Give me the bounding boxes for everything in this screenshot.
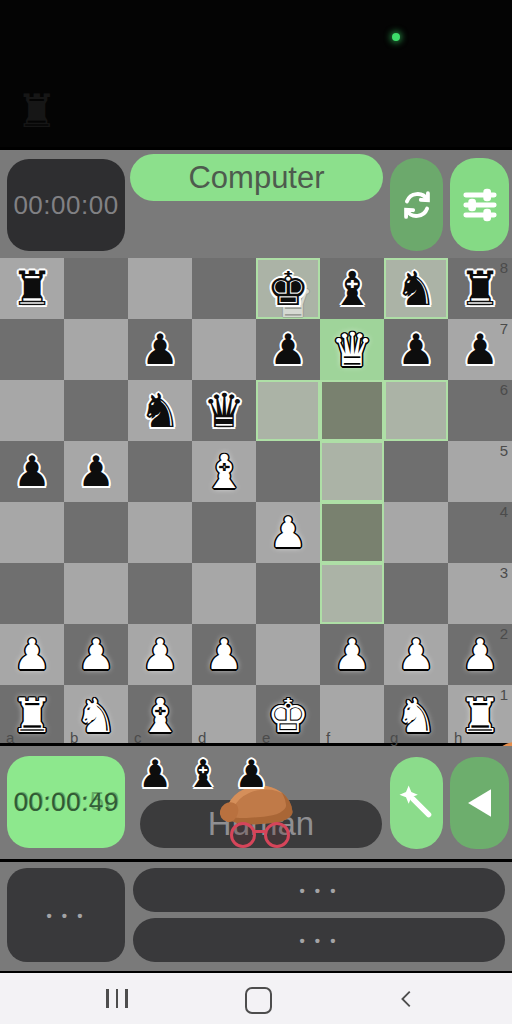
square-h7[interactable]: ♟7 — [448, 319, 512, 380]
captured-pieces-tray: ♟♝♟ — [138, 746, 318, 800]
square-f5[interactable] — [320, 441, 384, 502]
square-d7[interactable] — [192, 319, 256, 380]
square-d1[interactable]: d — [192, 685, 256, 746]
square-c5[interactable] — [128, 441, 192, 502]
file-label-f: f — [326, 729, 330, 746]
square-g2[interactable]: ♟ — [384, 624, 448, 685]
file-label-e: e — [262, 729, 270, 746]
menu-dots: • • • — [46, 907, 85, 924]
rank-label-6: 6 — [500, 381, 508, 398]
human-panel: 00:00:49 00:00:50 ♟♝♟ Human — [0, 743, 512, 862]
piece-wP-g2: ♟ — [397, 624, 435, 685]
square-a1[interactable]: ♜a — [0, 685, 64, 746]
square-a5[interactable]: ♟ — [0, 441, 64, 502]
square-h6[interactable]: 6 — [448, 380, 512, 441]
chat-strip: • • • • • • • • • — [0, 859, 512, 973]
square-c6[interactable]: ♞ — [128, 380, 192, 441]
square-c8[interactable] — [128, 258, 192, 319]
rank-label-5: 5 — [500, 442, 508, 459]
square-d3[interactable] — [192, 563, 256, 624]
square-d5[interactable]: ♝ — [192, 441, 256, 502]
rank-label-1: 1 — [500, 686, 508, 703]
square-b4[interactable] — [64, 502, 128, 563]
chat-dots-1: • • • — [299, 882, 338, 899]
square-d2[interactable]: ♟ — [192, 624, 256, 685]
back-button[interactable] — [396, 987, 418, 1011]
piece-bP-b5: ♟ — [77, 441, 115, 502]
human-name-pill: Human — [140, 800, 382, 848]
piece-bB-f8: ♝ — [331, 258, 373, 319]
square-f8[interactable]: ♝ — [320, 258, 384, 319]
square-c4[interactable] — [128, 502, 192, 563]
file-label-b: b — [70, 729, 78, 746]
rank-label-8: 8 — [500, 259, 508, 276]
home-button[interactable] — [245, 987, 272, 1014]
square-g3[interactable] — [384, 563, 448, 624]
square-a4[interactable] — [0, 502, 64, 563]
piece-wN-g1: ♞ — [395, 685, 437, 746]
piece-wR-a1: ♜ — [11, 685, 53, 746]
square-h1[interactable]: ♜1h — [448, 685, 512, 746]
piece-bN-g8: ♞ — [395, 258, 437, 319]
square-f4[interactable] — [320, 502, 384, 563]
piece-wP-d2: ♟ — [205, 624, 243, 685]
square-f1[interactable]: f — [320, 685, 384, 746]
square-g6[interactable] — [384, 380, 448, 441]
chat-message-slot-2[interactable]: • • • — [133, 918, 505, 962]
magic-wand-icon — [397, 783, 437, 823]
file-label-d: d — [198, 729, 206, 746]
menu-button[interactable]: • • • — [7, 868, 125, 962]
piece-wP-c2: ♟ — [141, 624, 179, 685]
square-e2[interactable] — [256, 624, 320, 685]
piece-bQ-d6: ♛ — [203, 380, 245, 441]
square-g5[interactable] — [384, 441, 448, 502]
square-h2[interactable]: ♟2 — [448, 624, 512, 685]
square-b7[interactable] — [64, 319, 128, 380]
computer-clock-value: 00:00:00 — [13, 190, 118, 221]
square-h3[interactable]: 3 — [448, 563, 512, 624]
piece-wP-b2: ♟ — [77, 624, 115, 685]
undo-button[interactable] — [450, 757, 509, 849]
square-f2[interactable]: ♟ — [320, 624, 384, 685]
piece-wB-c1: ♝ — [139, 685, 181, 746]
status-bar: ♜ — [0, 0, 512, 150]
recents-button[interactable] — [106, 989, 128, 1008]
piece-bP-a5: ♟ — [13, 441, 51, 502]
back-triangle-icon — [458, 781, 502, 825]
square-h8[interactable]: ♜8 — [448, 258, 512, 319]
human-name-label: Human — [208, 805, 314, 843]
piece-bN-c6: ♞ — [139, 380, 181, 441]
square-b8[interactable] — [64, 258, 128, 319]
square-b2[interactable]: ♟ — [64, 624, 128, 685]
square-c3[interactable] — [128, 563, 192, 624]
hint-button[interactable] — [390, 757, 443, 849]
square-a3[interactable] — [0, 563, 64, 624]
piece-wP-h2: ♟ — [461, 624, 499, 685]
piece-bR-a8: ♜ — [11, 258, 53, 319]
human-clock[interactable]: 00:00:49 00:00:50 — [7, 756, 125, 848]
square-c1[interactable]: ♝c — [128, 685, 192, 746]
square-h5[interactable]: 5 — [448, 441, 512, 502]
computer-name-label: Computer — [188, 160, 324, 196]
computer-clock: 00:00:00 — [7, 159, 125, 251]
piece-wR-h1: ♜ — [459, 685, 501, 746]
piece-wK-e1: ♚ — [267, 685, 309, 746]
piece-wB-d5: ♝ — [203, 441, 245, 502]
piece-wP-e4: ♟ — [269, 502, 307, 563]
square-b6[interactable] — [64, 380, 128, 441]
square-c7[interactable]: ♟ — [128, 319, 192, 380]
square-b3[interactable] — [64, 563, 128, 624]
piece-wQ-f7: ♛ — [331, 319, 373, 380]
square-g7[interactable]: ♟ — [384, 319, 448, 380]
computer-name-pill: Computer — [130, 154, 383, 201]
square-f6[interactable] — [320, 380, 384, 441]
settings-button[interactable] — [450, 158, 509, 251]
square-f7[interactable]: ♛ — [320, 319, 384, 380]
piece-wP-f2: ♟ — [333, 624, 371, 685]
human-clock-ghost-value: 00:00:50 — [14, 786, 119, 817]
captured-piece-bB-1: ♝ — [186, 748, 220, 800]
piece-bK-e8: ♚ — [267, 258, 309, 319]
file-label-h: h — [454, 729, 462, 746]
file-label-g: g — [390, 729, 398, 746]
piece-bR-h8: ♜ — [459, 258, 501, 319]
square-g1[interactable]: ♞g — [384, 685, 448, 746]
piece-wP-a2: ♟ — [13, 624, 51, 685]
square-b5[interactable]: ♟ — [64, 441, 128, 502]
square-e5[interactable] — [256, 441, 320, 502]
square-a2[interactable]: ♟ — [0, 624, 64, 685]
square-e1[interactable]: ♚e — [256, 685, 320, 746]
piece-bP-c7: ♟ — [141, 319, 179, 380]
file-label-a: a — [6, 729, 14, 746]
square-b1[interactable]: ♞b — [64, 685, 128, 746]
new-game-button[interactable] — [390, 158, 443, 251]
square-d6[interactable]: ♛ — [192, 380, 256, 441]
piece-bP-g7: ♟ — [397, 319, 435, 380]
captured-piece-bP-0: ♟ — [138, 748, 172, 800]
captured-piece-bP-2: ♟ — [234, 748, 268, 800]
rank-label-2: 2 — [500, 625, 508, 642]
square-f3[interactable] — [320, 563, 384, 624]
square-a7[interactable] — [0, 319, 64, 380]
square-c2[interactable]: ♟ — [128, 624, 192, 685]
square-g8[interactable]: ♞ — [384, 258, 448, 319]
refresh-icon — [398, 186, 436, 224]
camera-active-dot — [392, 33, 400, 41]
square-d8[interactable] — [192, 258, 256, 319]
android-nav-bar — [0, 971, 512, 1024]
square-a8[interactable]: ♜ — [0, 258, 64, 319]
piece-wN-b1: ♞ — [75, 685, 117, 746]
square-e4[interactable]: ♟ — [256, 502, 320, 563]
square-h4[interactable]: 4 — [448, 502, 512, 563]
app-screen: ♜ 00:00:00 Computer — [0, 0, 512, 1024]
square-a6[interactable] — [0, 380, 64, 441]
rank-label-7: 7 — [500, 320, 508, 337]
chat-dots-2: • • • — [299, 932, 338, 949]
computer-panel: 00:00:00 Computer — [0, 147, 512, 258]
square-e3[interactable] — [256, 563, 320, 624]
square-g4[interactable] — [384, 502, 448, 563]
file-label-c: c — [134, 729, 142, 746]
piece-bP-h7: ♟ — [461, 319, 499, 380]
square-d4[interactable] — [192, 502, 256, 563]
square-e6[interactable] — [256, 380, 320, 441]
chat-message-slot-1[interactable]: • • • — [133, 868, 505, 912]
piece-bP-e7: ♟ — [269, 319, 307, 380]
square-e8[interactable]: ♛♚ — [256, 258, 320, 319]
rank-label-3: 3 — [500, 564, 508, 581]
chess-board: ♜♛♚♝♞♜8♟♟♛♟♟7♞♛6♟♟♝5♟43♟♟♟♟♟♟♟2♜a♞b♝cd♚e… — [0, 258, 512, 746]
faint-rook-silhouette: ♜ — [16, 84, 57, 138]
rank-label-4: 4 — [500, 503, 508, 520]
sliders-icon — [459, 184, 501, 226]
